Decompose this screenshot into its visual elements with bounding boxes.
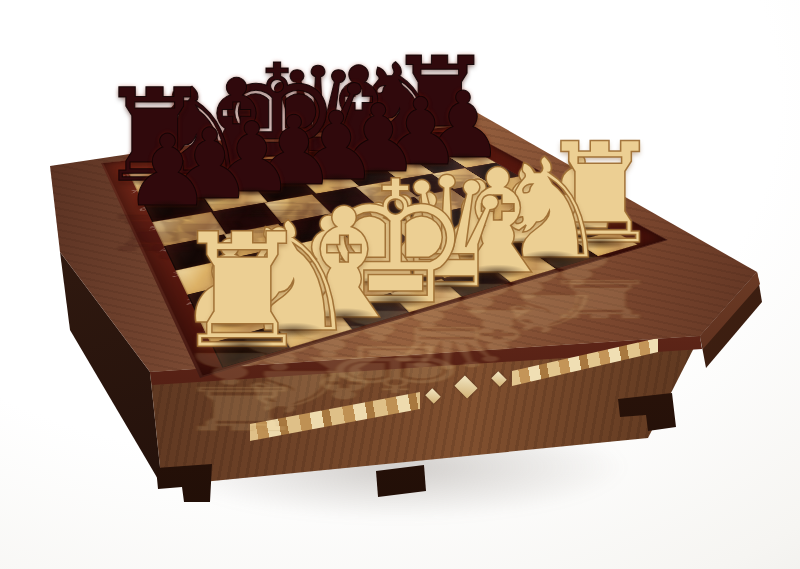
scene: 87654321abcdefgh ♜♞♝♚♛♝♞♜♟♟♟♟♟♟♟♟♟♟♟♟♟♟♟… [0,0,800,569]
piece-white-rook-a1[interactable]: ♜ [171,212,313,370]
pieces-layer: ♜♞♝♚♛♝♞♜♟♟♟♟♟♟♟♟♟♟♟♟♟♟♟♟♜♞♝♚♛♝♞♜ [0,0,800,569]
